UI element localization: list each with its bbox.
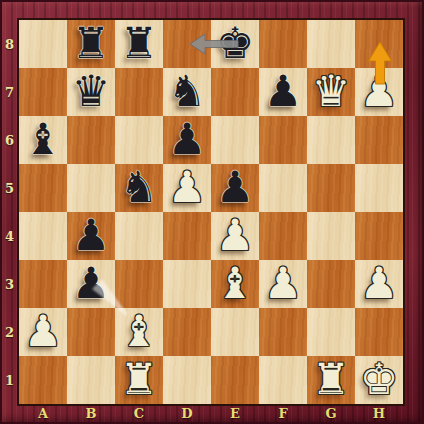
square-e4[interactable]: ♟: [211, 212, 259, 260]
square-f2[interactable]: [259, 308, 307, 356]
square-h3[interactable]: ♟: [355, 260, 403, 308]
square-g6[interactable]: [307, 116, 355, 164]
square-g5[interactable]: [307, 164, 355, 212]
file-label-e: E: [211, 403, 259, 424]
square-h7[interactable]: ♟: [355, 68, 403, 116]
square-a3[interactable]: [19, 260, 67, 308]
square-e8[interactable]: ♚: [211, 20, 259, 68]
square-a5[interactable]: [19, 164, 67, 212]
square-f5[interactable]: [259, 164, 307, 212]
square-g3[interactable]: [307, 260, 355, 308]
square-e3[interactable]: ♝: [211, 260, 259, 308]
black-knight-d7[interactable]: ♞: [168, 70, 207, 113]
black-rook-b8[interactable]: ♜: [72, 22, 111, 65]
rank-label-2: 2: [0, 308, 19, 356]
square-f8[interactable]: [259, 20, 307, 68]
square-b7[interactable]: ♛: [67, 68, 115, 116]
white-rook-c1[interactable]: ♜: [120, 358, 159, 401]
square-f4[interactable]: [259, 212, 307, 260]
square-f6[interactable]: [259, 116, 307, 164]
square-g4[interactable]: [307, 212, 355, 260]
square-h5[interactable]: [355, 164, 403, 212]
square-d8[interactable]: [163, 20, 211, 68]
file-label-h: H: [355, 403, 403, 424]
square-d3[interactable]: [163, 260, 211, 308]
square-h1[interactable]: ♚: [355, 356, 403, 404]
square-c2[interactable]: ♝: [115, 308, 163, 356]
square-c7[interactable]: [115, 68, 163, 116]
rank-label-4: 4: [0, 212, 19, 260]
rank-label-1: 1: [0, 356, 19, 404]
square-a2[interactable]: ♟: [19, 308, 67, 356]
square-d4[interactable]: [163, 212, 211, 260]
square-d2[interactable]: [163, 308, 211, 356]
square-d6[interactable]: ♟: [163, 116, 211, 164]
square-g7[interactable]: ♛: [307, 68, 355, 116]
white-pawn-a2[interactable]: ♟: [24, 310, 63, 353]
square-g2[interactable]: [307, 308, 355, 356]
square-b4[interactable]: ♟: [67, 212, 115, 260]
square-c6[interactable]: [115, 116, 163, 164]
white-king-h1[interactable]: ♚: [360, 358, 399, 401]
square-f3[interactable]: ♟: [259, 260, 307, 308]
square-d7[interactable]: ♞: [163, 68, 211, 116]
square-c8[interactable]: ♜: [115, 20, 163, 68]
square-e1[interactable]: [211, 356, 259, 404]
square-a8[interactable]: [19, 20, 67, 68]
square-b2[interactable]: [67, 308, 115, 356]
square-a4[interactable]: [19, 212, 67, 260]
white-queen-g7[interactable]: ♛: [312, 70, 351, 113]
black-pawn-b3[interactable]: ♟: [72, 262, 111, 305]
rank-label-5: 5: [0, 164, 19, 212]
square-h4[interactable]: [355, 212, 403, 260]
black-rook-c8[interactable]: ♜: [120, 22, 159, 65]
square-e2[interactable]: [211, 308, 259, 356]
file-label-g: G: [307, 403, 355, 424]
white-pawn-f3[interactable]: ♟: [264, 262, 303, 305]
square-g8[interactable]: [307, 20, 355, 68]
black-king-e8[interactable]: ♚: [216, 22, 255, 65]
white-rook-g1[interactable]: ♜: [312, 358, 351, 401]
black-pawn-e5[interactable]: ♟: [216, 166, 255, 209]
square-c4[interactable]: [115, 212, 163, 260]
square-b1[interactable]: [67, 356, 115, 404]
square-d5[interactable]: ♟: [163, 164, 211, 212]
file-label-c: C: [115, 403, 163, 424]
square-c5[interactable]: ♞: [115, 164, 163, 212]
rank-label-7: 7: [0, 68, 19, 116]
square-h6[interactable]: [355, 116, 403, 164]
file-label-d: D: [163, 403, 211, 424]
square-f1[interactable]: [259, 356, 307, 404]
black-pawn-b4[interactable]: ♟: [72, 214, 111, 257]
black-knight-c5[interactable]: ♞: [120, 166, 159, 209]
square-a6[interactable]: ♝: [19, 116, 67, 164]
square-e5[interactable]: ♟: [211, 164, 259, 212]
square-c3[interactable]: [115, 260, 163, 308]
square-f7[interactable]: ♟: [259, 68, 307, 116]
square-a1[interactable]: [19, 356, 67, 404]
square-b8[interactable]: ♜: [67, 20, 115, 68]
rank-label-8: 8: [0, 20, 19, 68]
file-label-a: A: [19, 403, 67, 424]
rank-labels: 87654321: [0, 20, 19, 404]
rank-label-6: 6: [0, 116, 19, 164]
rank-label-3: 3: [0, 260, 19, 308]
square-e6[interactable]: [211, 116, 259, 164]
white-pawn-h3[interactable]: ♟: [360, 262, 399, 305]
square-e7[interactable]: [211, 68, 259, 116]
white-bishop-c2[interactable]: ♝: [120, 310, 159, 353]
square-a7[interactable]: [19, 68, 67, 116]
board-frame: 87654321 ABCDEFGH ♜♜♚♛♞♟♛♟♝♟♞♟♟♟♟♟♝♟♟♟♝♜…: [0, 0, 424, 424]
black-pawn-d6[interactable]: ♟: [168, 118, 207, 161]
square-b6[interactable]: [67, 116, 115, 164]
black-pawn-f7[interactable]: ♟: [264, 70, 303, 113]
square-c1[interactable]: ♜: [115, 356, 163, 404]
square-h2[interactable]: [355, 308, 403, 356]
file-label-f: F: [259, 403, 307, 424]
square-g1[interactable]: ♜: [307, 356, 355, 404]
square-d1[interactable]: [163, 356, 211, 404]
square-h8[interactable]: [355, 20, 403, 68]
square-b5[interactable]: [67, 164, 115, 212]
file-label-b: B: [67, 403, 115, 424]
black-queen-b7[interactable]: ♛: [72, 70, 111, 113]
white-pawn-d5[interactable]: ♟: [168, 166, 207, 209]
white-bishop-e3[interactable]: ♝: [216, 262, 255, 305]
white-pawn-h7[interactable]: ♟: [360, 70, 399, 113]
board: ♜♜♚♛♞♟♛♟♝♟♞♟♟♟♟♟♝♟♟♟♝♜♜♚: [19, 20, 403, 404]
black-bishop-a6[interactable]: ♝: [24, 118, 63, 161]
white-pawn-e4[interactable]: ♟: [216, 214, 255, 257]
square-b3[interactable]: ♟: [67, 260, 115, 308]
file-labels: ABCDEFGH: [19, 403, 403, 424]
